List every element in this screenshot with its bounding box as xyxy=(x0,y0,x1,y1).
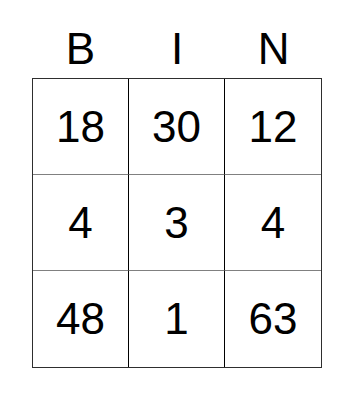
bingo-cell-r2c2[interactable]: 3 xyxy=(129,175,225,271)
bingo-cell-r1c2[interactable]: 30 xyxy=(129,79,225,175)
bingo-grid: 18 30 12 4 3 4 48 1 63 xyxy=(32,78,322,368)
bingo-cell-r2c1[interactable]: 4 xyxy=(33,175,129,271)
bingo-cell-r3c1[interactable]: 48 xyxy=(33,271,129,367)
bingo-cell-r3c2[interactable]: 1 xyxy=(129,271,225,367)
column-header-n: N xyxy=(225,20,322,78)
bingo-card: B I N 18 30 12 4 3 4 48 1 63 xyxy=(32,20,322,368)
column-headers: B I N xyxy=(32,20,322,78)
bingo-cell-r1c1[interactable]: 18 xyxy=(33,79,129,175)
column-header-i: I xyxy=(129,20,226,78)
column-header-b: B xyxy=(32,20,129,78)
bingo-cell-r1c3[interactable]: 12 xyxy=(225,79,321,175)
bingo-cell-r2c3[interactable]: 4 xyxy=(225,175,321,271)
bingo-cell-r3c3[interactable]: 63 xyxy=(225,271,321,367)
